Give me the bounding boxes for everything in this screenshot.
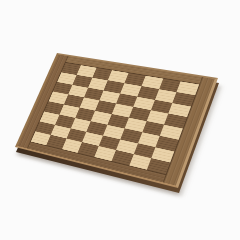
product-photo: [0, 0, 240, 240]
